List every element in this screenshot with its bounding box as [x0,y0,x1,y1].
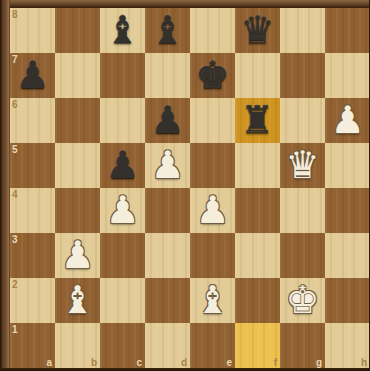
file-label-e: e [226,357,232,368]
square-d1[interactable]: d [145,323,190,368]
square-b4[interactable] [55,188,100,233]
square-g6[interactable] [280,98,325,143]
square-h7[interactable] [325,53,370,98]
piece-black-pawn-a7[interactable]: ♟ [15,53,49,98]
square-f3[interactable] [235,233,280,278]
square-e3[interactable] [190,233,235,278]
square-g8[interactable] [280,8,325,53]
rank-label-8: 8 [12,9,18,20]
rank-label-5: 5 [12,144,18,155]
chess-board-window: 8♝♝♛7♟♚6♟♜♟5♟♟♛4♟♟3♟2♝♝♚1abcdefgh [0,0,370,371]
square-b5[interactable] [55,143,100,188]
square-e2[interactable]: ♝ [190,278,235,323]
piece-white-pawn-e4[interactable]: ♟ [195,188,229,233]
square-g5[interactable]: ♛ [280,143,325,188]
square-d7[interactable] [145,53,190,98]
square-d5[interactable]: ♟ [145,143,190,188]
piece-black-king-e7[interactable]: ♚ [195,53,229,98]
chess-board: 8♝♝♛7♟♚6♟♜♟5♟♟♛4♟♟3♟2♝♝♚1abcdefgh [10,8,370,368]
piece-black-bishop-c8[interactable]: ♝ [105,8,139,53]
square-f6[interactable]: ♜ [235,98,280,143]
piece-black-pawn-c5[interactable]: ♟ [105,143,139,188]
square-d8[interactable]: ♝ [145,8,190,53]
piece-white-pawn-b3[interactable]: ♟ [60,233,94,278]
rank-label-1: 1 [12,324,18,335]
piece-white-pawn-d5[interactable]: ♟ [150,143,184,188]
square-b2[interactable]: ♝ [55,278,100,323]
file-label-h: h [361,357,367,368]
piece-white-king-g2[interactable]: ♚ [285,278,319,323]
square-h3[interactable] [325,233,370,278]
file-label-c: c [136,357,142,368]
piece-white-bishop-b2[interactable]: ♝ [60,278,94,323]
square-b6[interactable] [55,98,100,143]
square-c6[interactable] [100,98,145,143]
square-h6[interactable]: ♟ [325,98,370,143]
file-label-f: f [274,357,277,368]
square-e1[interactable]: e [190,323,235,368]
square-g2[interactable]: ♚ [280,278,325,323]
piece-white-bishop-e2[interactable]: ♝ [195,278,229,323]
rank-label-4: 4 [12,189,18,200]
square-b7[interactable] [55,53,100,98]
square-d3[interactable] [145,233,190,278]
board-frame-top [0,0,370,8]
square-c1[interactable]: c [100,323,145,368]
square-b3[interactable]: ♟ [55,233,100,278]
square-e4[interactable]: ♟ [190,188,235,233]
square-h5[interactable] [325,143,370,188]
square-f5[interactable] [235,143,280,188]
piece-white-pawn-h6[interactable]: ♟ [330,98,364,143]
file-label-a: a [46,357,52,368]
square-a7[interactable]: 7♟ [10,53,55,98]
square-e5[interactable] [190,143,235,188]
piece-white-pawn-c4[interactable]: ♟ [105,188,139,233]
square-g7[interactable] [280,53,325,98]
square-g1[interactable]: g [280,323,325,368]
board-frame-left [0,0,10,371]
file-label-d: d [181,357,187,368]
square-e7[interactable]: ♚ [190,53,235,98]
square-f7[interactable] [235,53,280,98]
piece-black-rook-f6[interactable]: ♜ [240,98,274,143]
file-label-g: g [316,357,322,368]
square-g4[interactable] [280,188,325,233]
piece-black-bishop-d8[interactable]: ♝ [150,8,184,53]
square-a6[interactable]: 6 [10,98,55,143]
square-a2[interactable]: 2 [10,278,55,323]
square-f2[interactable] [235,278,280,323]
square-h2[interactable] [325,278,370,323]
square-h1[interactable]: h [325,323,370,368]
square-c3[interactable] [100,233,145,278]
square-e8[interactable] [190,8,235,53]
square-b1[interactable]: b [55,323,100,368]
piece-white-queen-g5[interactable]: ♛ [285,143,319,188]
file-label-b: b [91,357,97,368]
square-a8[interactable]: 8 [10,8,55,53]
square-c7[interactable] [100,53,145,98]
square-d2[interactable] [145,278,190,323]
square-c5[interactable]: ♟ [100,143,145,188]
square-c2[interactable] [100,278,145,323]
square-a1[interactable]: 1a [10,323,55,368]
rank-label-2: 2 [12,279,18,290]
square-h4[interactable] [325,188,370,233]
square-h8[interactable] [325,8,370,53]
square-b8[interactable] [55,8,100,53]
square-d6[interactable]: ♟ [145,98,190,143]
square-c4[interactable]: ♟ [100,188,145,233]
square-f8[interactable]: ♛ [235,8,280,53]
square-f4[interactable] [235,188,280,233]
rank-label-6: 6 [12,99,18,110]
piece-black-queen-f8[interactable]: ♛ [240,8,274,53]
square-a5[interactable]: 5 [10,143,55,188]
square-g3[interactable] [280,233,325,278]
square-a3[interactable]: 3 [10,233,55,278]
rank-label-3: 3 [12,234,18,245]
square-d4[interactable] [145,188,190,233]
square-a4[interactable]: 4 [10,188,55,233]
piece-black-pawn-d6[interactable]: ♟ [150,98,184,143]
square-f1[interactable]: f [235,323,280,368]
square-e6[interactable] [190,98,235,143]
square-c8[interactable]: ♝ [100,8,145,53]
